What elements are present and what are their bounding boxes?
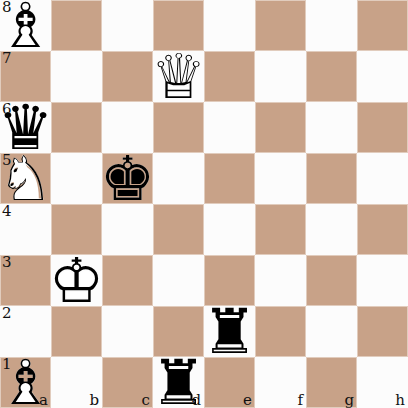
square-g1[interactable]: g [306,357,357,408]
file-label-h: h [395,393,405,408]
square-f6[interactable] [255,102,306,153]
square-c5[interactable]: ♔♚ [102,153,153,204]
square-e6[interactable] [204,102,255,153]
square-e3[interactable] [204,255,255,306]
square-a7[interactable]: 7 [0,51,51,102]
square-g3[interactable] [306,255,357,306]
square-b5[interactable] [51,153,102,204]
black-king-fill-glyph: ♔ [102,153,153,204]
white-knight-icon: ♘ [0,153,51,204]
square-h3[interactable] [357,255,408,306]
piece-white-king-b3[interactable]: ♚♔ [51,255,102,306]
square-c4[interactable] [102,204,153,255]
square-f8[interactable] [255,0,306,51]
file-label-g: g [344,393,354,408]
file-label-f: f [297,393,303,408]
square-c7[interactable] [102,51,153,102]
square-g6[interactable] [306,102,357,153]
square-a5[interactable]: 5♞♘ [0,153,51,204]
square-h8[interactable] [357,0,408,51]
file-label-b: b [89,393,99,408]
square-f7[interactable] [255,51,306,102]
black-rook-fill-glyph: ♖ [204,306,255,357]
square-d5[interactable] [153,153,204,204]
file-label-e: e [243,393,252,408]
square-a2[interactable]: 2 [0,306,51,357]
square-d2[interactable] [153,306,204,357]
rank-label-2: 2 [2,306,12,321]
square-d1[interactable]: d♖♜ [153,357,204,408]
black-rook-icon: ♜ [204,306,255,357]
square-d4[interactable] [153,204,204,255]
white-knight-fill-glyph: ♞ [0,153,51,204]
square-d7[interactable]: ♛♕ [153,51,204,102]
white-king-icon: ♔ [51,255,102,306]
square-g7[interactable] [306,51,357,102]
white-bishop-fill-glyph: ♝ [0,0,51,51]
piece-black-queen-a6[interactable]: ♕♛ [0,102,51,153]
white-queen-icon: ♕ [153,51,204,102]
white-queen-fill-glyph: ♛ [153,51,204,102]
square-e5[interactable] [204,153,255,204]
square-d8[interactable] [153,0,204,51]
square-a6[interactable]: 6♕♛ [0,102,51,153]
square-h6[interactable] [357,102,408,153]
square-g4[interactable] [306,204,357,255]
square-h2[interactable] [357,306,408,357]
square-h5[interactable] [357,153,408,204]
square-b4[interactable] [51,204,102,255]
chess-board: 8♝♗7♛♕6♕♛5♞♘♔♚43♚♔2♖♜1a♝♗bcd♖♜efgh [0,0,408,408]
piece-black-king-c5[interactable]: ♔♚ [102,153,153,204]
black-rook-icon: ♜ [153,357,204,408]
square-a4[interactable]: 4 [0,204,51,255]
white-bishop-fill-glyph: ♝ [0,357,51,408]
square-c8[interactable] [102,0,153,51]
square-e8[interactable] [204,0,255,51]
square-f3[interactable] [255,255,306,306]
square-c6[interactable] [102,102,153,153]
square-b7[interactable] [51,51,102,102]
piece-white-knight-a5[interactable]: ♞♘ [0,153,51,204]
square-f5[interactable] [255,153,306,204]
square-e4[interactable] [204,204,255,255]
square-g5[interactable] [306,153,357,204]
square-g8[interactable] [306,0,357,51]
black-queen-icon: ♛ [0,102,51,153]
square-f4[interactable] [255,204,306,255]
square-b1[interactable]: b [51,357,102,408]
file-label-c: c [142,393,150,408]
square-c1[interactable]: c [102,357,153,408]
square-a3[interactable]: 3 [0,255,51,306]
square-h7[interactable] [357,51,408,102]
square-a8[interactable]: 8♝♗ [0,0,51,51]
square-g2[interactable] [306,306,357,357]
black-queen-fill-glyph: ♕ [0,102,51,153]
square-e1[interactable]: e [204,357,255,408]
square-a1[interactable]: 1a♝♗ [0,357,51,408]
square-c2[interactable] [102,306,153,357]
rank-label-7: 7 [2,51,12,66]
white-bishop-icon: ♗ [0,0,51,51]
piece-white-bishop-a1[interactable]: ♝♗ [0,357,51,408]
black-king-icon: ♚ [102,153,153,204]
square-h4[interactable] [357,204,408,255]
white-king-fill-glyph: ♚ [51,255,102,306]
square-c3[interactable] [102,255,153,306]
rank-label-3: 3 [2,255,12,270]
square-f1[interactable]: f [255,357,306,408]
piece-white-queen-d7[interactable]: ♛♕ [153,51,204,102]
black-rook-fill-glyph: ♖ [153,357,204,408]
square-d6[interactable] [153,102,204,153]
piece-black-rook-e2[interactable]: ♖♜ [204,306,255,357]
square-e2[interactable]: ♖♜ [204,306,255,357]
square-b2[interactable] [51,306,102,357]
piece-black-rook-d1[interactable]: ♖♜ [153,357,204,408]
chessboard-screenshot: 8♝♗7♛♕6♕♛5♞♘♔♚43♚♔2♖♜1a♝♗bcd♖♜efgh [0,0,408,408]
rank-label-4: 4 [2,204,12,219]
square-b8[interactable] [51,0,102,51]
square-d3[interactable] [153,255,204,306]
square-f2[interactable] [255,306,306,357]
square-b6[interactable] [51,102,102,153]
white-bishop-icon: ♗ [0,357,51,408]
square-e7[interactable] [204,51,255,102]
square-b3[interactable]: ♚♔ [51,255,102,306]
piece-white-bishop-a8[interactable]: ♝♗ [0,0,51,51]
square-h1[interactable]: h [357,357,408,408]
